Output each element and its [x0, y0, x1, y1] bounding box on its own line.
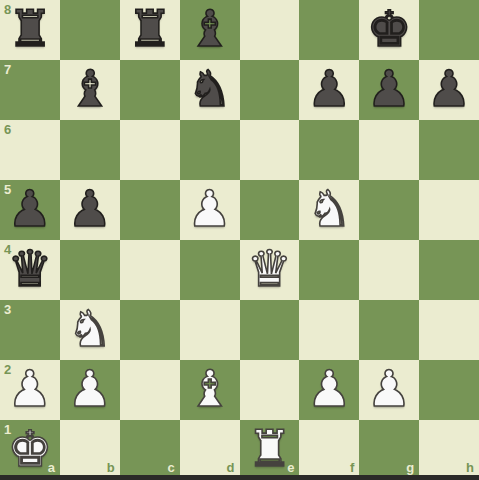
rank-label-7: 7 [4, 63, 11, 76]
white-knight[interactable]: ♞ [307, 184, 352, 234]
black-pawn[interactable]: ♟ [427, 64, 472, 114]
chess-board: 8♜♜♝♚7♝♞♟♟♟65♟♟♟♞4♛♛3♞2♟♟♝♟♟1a♚bcde♜fgh [0, 0, 479, 480]
black-rook[interactable]: ♜ [8, 4, 53, 54]
square-h3[interactable] [419, 300, 479, 360]
square-h4[interactable] [419, 240, 479, 300]
square-c1[interactable]: c [120, 420, 180, 480]
black-queen[interactable]: ♛ [8, 244, 53, 294]
square-g1[interactable]: g [359, 420, 419, 480]
square-d2[interactable]: ♝ [180, 360, 240, 420]
file-label-h: h [466, 461, 474, 474]
square-b1[interactable]: b [60, 420, 120, 480]
square-d5[interactable]: ♟ [180, 180, 240, 240]
white-bishop[interactable]: ♝ [187, 364, 232, 414]
white-knight[interactable]: ♞ [67, 304, 112, 354]
square-a4[interactable]: 4♛ [0, 240, 60, 300]
white-pawn[interactable]: ♟ [67, 364, 112, 414]
white-pawn[interactable]: ♟ [367, 364, 412, 414]
rank-label-8: 8 [4, 3, 11, 16]
square-b6[interactable] [60, 120, 120, 180]
chess-app-window: 8♜♜♝♚7♝♞♟♟♟65♟♟♟♞4♛♛3♞2♟♟♝♟♟1a♚bcde♜fgh [0, 0, 479, 480]
square-a8[interactable]: 8♜ [0, 0, 60, 60]
file-label-g: g [406, 461, 414, 474]
square-b2[interactable]: ♟ [60, 360, 120, 420]
square-c3[interactable] [120, 300, 180, 360]
square-b3[interactable]: ♞ [60, 300, 120, 360]
rank-label-2: 2 [4, 363, 11, 376]
square-c5[interactable] [120, 180, 180, 240]
square-b4[interactable] [60, 240, 120, 300]
square-g8[interactable]: ♚ [359, 0, 419, 60]
square-g2[interactable]: ♟ [359, 360, 419, 420]
square-c7[interactable] [120, 60, 180, 120]
square-a6[interactable]: 6 [0, 120, 60, 180]
square-c4[interactable] [120, 240, 180, 300]
file-label-e: e [287, 461, 294, 474]
rank-label-1: 1 [4, 423, 11, 436]
square-d7[interactable]: ♞ [180, 60, 240, 120]
white-pawn[interactable]: ♟ [8, 364, 53, 414]
square-d4[interactable] [180, 240, 240, 300]
square-g5[interactable] [359, 180, 419, 240]
square-f8[interactable] [299, 0, 359, 60]
square-g3[interactable] [359, 300, 419, 360]
square-a1[interactable]: 1a♚ [0, 420, 60, 480]
file-label-d: d [227, 461, 235, 474]
rank-label-5: 5 [4, 183, 11, 196]
square-d3[interactable] [180, 300, 240, 360]
square-b7[interactable]: ♝ [60, 60, 120, 120]
square-e8[interactable] [240, 0, 300, 60]
square-a7[interactable]: 7 [0, 60, 60, 120]
black-pawn[interactable]: ♟ [67, 184, 112, 234]
square-h2[interactable] [419, 360, 479, 420]
white-rook[interactable]: ♜ [247, 424, 292, 474]
square-e7[interactable] [240, 60, 300, 120]
file-label-a: a [48, 461, 55, 474]
square-e2[interactable] [240, 360, 300, 420]
white-pawn[interactable]: ♟ [187, 184, 232, 234]
square-d8[interactable]: ♝ [180, 0, 240, 60]
square-d1[interactable]: d [180, 420, 240, 480]
square-f2[interactable]: ♟ [299, 360, 359, 420]
black-rook[interactable]: ♜ [127, 4, 172, 54]
black-pawn[interactable]: ♟ [8, 184, 53, 234]
square-f5[interactable]: ♞ [299, 180, 359, 240]
square-e4[interactable]: ♛ [240, 240, 300, 300]
square-b8[interactable] [60, 0, 120, 60]
black-pawn[interactable]: ♟ [307, 64, 352, 114]
square-c8[interactable]: ♜ [120, 0, 180, 60]
square-a2[interactable]: 2♟ [0, 360, 60, 420]
square-h5[interactable] [419, 180, 479, 240]
rank-label-4: 4 [4, 243, 11, 256]
square-c6[interactable] [120, 120, 180, 180]
black-pawn[interactable]: ♟ [367, 64, 412, 114]
black-knight[interactable]: ♞ [187, 64, 232, 114]
square-f3[interactable] [299, 300, 359, 360]
rank-label-6: 6 [4, 123, 11, 136]
square-h7[interactable]: ♟ [419, 60, 479, 120]
square-f4[interactable] [299, 240, 359, 300]
white-pawn[interactable]: ♟ [307, 364, 352, 414]
black-bishop[interactable]: ♝ [187, 4, 232, 54]
rank-label-3: 3 [4, 303, 11, 316]
white-queen[interactable]: ♛ [247, 244, 292, 294]
file-label-c: c [167, 461, 174, 474]
square-d6[interactable] [180, 120, 240, 180]
square-a5[interactable]: 5♟ [0, 180, 60, 240]
square-b5[interactable]: ♟ [60, 180, 120, 240]
square-h6[interactable] [419, 120, 479, 180]
square-e6[interactable] [240, 120, 300, 180]
square-g7[interactable]: ♟ [359, 60, 419, 120]
square-h8[interactable] [419, 0, 479, 60]
square-f7[interactable]: ♟ [299, 60, 359, 120]
white-king[interactable]: ♚ [8, 424, 53, 474]
square-e1[interactable]: e♜ [240, 420, 300, 480]
square-e5[interactable] [240, 180, 300, 240]
file-label-b: b [107, 461, 115, 474]
square-e3[interactable] [240, 300, 300, 360]
file-label-f: f [350, 461, 354, 474]
square-c2[interactable] [120, 360, 180, 420]
square-g6[interactable] [359, 120, 419, 180]
square-f1[interactable]: f [299, 420, 359, 480]
square-h1[interactable]: h [419, 420, 479, 480]
square-a3[interactable]: 3 [0, 300, 60, 360]
black-king[interactable]: ♚ [367, 4, 412, 54]
square-f6[interactable] [299, 120, 359, 180]
square-g4[interactable] [359, 240, 419, 300]
black-bishop[interactable]: ♝ [67, 64, 112, 114]
window-bottom-edge [0, 475, 479, 480]
